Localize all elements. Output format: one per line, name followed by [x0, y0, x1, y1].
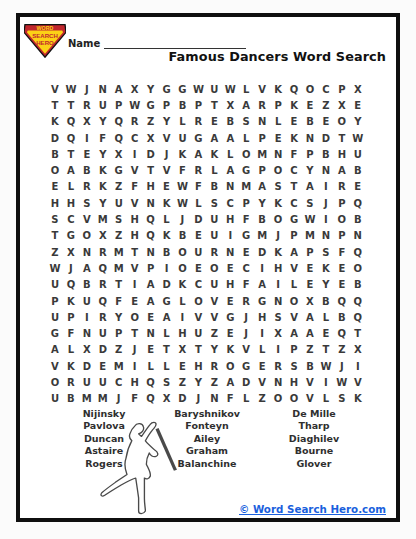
grid-cell: S: [334, 391, 350, 407]
grid-cell: F: [222, 391, 238, 407]
grid-cell: G: [222, 309, 238, 325]
grid-cell: E: [206, 114, 222, 130]
grid-cell: Z: [254, 391, 270, 407]
grid-cell: U: [47, 277, 63, 293]
grid-cell: Z: [47, 244, 63, 260]
grid-cell: U: [79, 293, 95, 309]
grid-cell: L: [143, 358, 159, 374]
grid-cell: T: [63, 97, 79, 113]
grid-cell: J: [270, 228, 286, 244]
grid-cell: P: [159, 97, 175, 113]
grid-cell: V: [159, 130, 175, 146]
grid-cell: P: [143, 260, 159, 276]
grid-cell: U: [47, 309, 63, 325]
grid-cell: P: [63, 309, 79, 325]
grid-cell: Y: [318, 277, 334, 293]
grid-cell: W: [318, 358, 334, 374]
grid-cell: P: [254, 162, 270, 178]
grid-cell: N: [254, 114, 270, 130]
grid-cell: U: [95, 325, 111, 341]
grid-cell: E: [190, 260, 206, 276]
grid-cell: R: [334, 179, 350, 195]
grid-cell: H: [47, 195, 63, 211]
word-list-item: Tharp: [289, 420, 339, 432]
grid-cell: L: [286, 277, 302, 293]
page-title: Famous Dancers Word Search: [169, 49, 386, 64]
grid-cell: W: [334, 374, 350, 390]
grid-cell: C: [127, 130, 143, 146]
grid-cell: Y: [206, 342, 222, 358]
grid-cell: I: [318, 374, 334, 390]
grid-cell: E: [222, 260, 238, 276]
grid-cell: N: [318, 162, 334, 178]
grid-cell: V: [47, 358, 63, 374]
grid-cell: Z: [111, 342, 127, 358]
grid-cell: N: [318, 228, 334, 244]
grid-cell: Q: [286, 81, 302, 97]
grid-cell: E: [143, 309, 159, 325]
grid-cell: S: [238, 114, 254, 130]
grid-cell: N: [270, 293, 286, 309]
grid-cell: M: [254, 228, 270, 244]
grid-cell: U: [111, 195, 127, 211]
grid-cell: E: [79, 146, 95, 162]
grid-cell: X: [334, 97, 350, 113]
grid-cell: D: [254, 244, 270, 260]
grid-cell: O: [270, 162, 286, 178]
grid-cell: T: [190, 342, 206, 358]
grid-cell: T: [143, 162, 159, 178]
grid-cell: K: [270, 244, 286, 260]
grid-cell: P: [111, 325, 127, 341]
grid-cell: E: [127, 293, 143, 309]
grid-cell: O: [350, 260, 366, 276]
grid-cell: D: [238, 374, 254, 390]
grid-cell: I: [79, 309, 95, 325]
grid-cell: N: [270, 146, 286, 162]
grid-cell: T: [127, 244, 143, 260]
grid-cell: Q: [334, 325, 350, 341]
grid-cell: J: [127, 342, 143, 358]
grid-cell: G: [286, 211, 302, 227]
grid-cell: G: [47, 325, 63, 341]
grid-cell: O: [270, 391, 286, 407]
grid-cell: V: [254, 374, 270, 390]
grid-cell: L: [159, 358, 175, 374]
grid-cell: B: [350, 277, 366, 293]
grid-cell: L: [222, 146, 238, 162]
grid-cell: P: [334, 228, 350, 244]
grid-cell: R: [79, 179, 95, 195]
grid-cell: H: [334, 146, 350, 162]
grid-cell: P: [302, 146, 318, 162]
grid-cell: K: [175, 146, 191, 162]
grid-cell: E: [254, 358, 270, 374]
grid-cell: D: [143, 146, 159, 162]
grid-cell: Q: [350, 309, 366, 325]
grid-cell: E: [350, 179, 366, 195]
grid-cell: Q: [111, 130, 127, 146]
grid-cell: E: [238, 244, 254, 260]
grid-cell: U: [79, 374, 95, 390]
grid-cell: X: [222, 97, 238, 113]
grid-cell: R: [206, 244, 222, 260]
grid-cell: G: [159, 293, 175, 309]
grid-cell: N: [302, 130, 318, 146]
word-list-item: Glover: [289, 458, 339, 470]
grid-cell: U: [206, 228, 222, 244]
worksheet-canvas: WORD SEARCH HERO Name Famous Dancers Wor…: [0, 0, 416, 539]
grid-cell: A: [143, 277, 159, 293]
grid-cell: J: [111, 391, 127, 407]
grid-cell: Y: [95, 114, 111, 130]
grid-cell: K: [286, 130, 302, 146]
grid-cell: R: [190, 114, 206, 130]
grid-cell: Z: [318, 97, 334, 113]
grid-cell: U: [190, 325, 206, 341]
word-list-item: Baryshnikov: [174, 408, 240, 420]
grid-cell: H: [127, 211, 143, 227]
grid-cell: X: [127, 81, 143, 97]
grid-cell: A: [238, 97, 254, 113]
grid-cell: U: [350, 146, 366, 162]
grid-cell: K: [47, 114, 63, 130]
grid-cell: D: [47, 130, 63, 146]
grid-cell: F: [95, 130, 111, 146]
grid-cell: K: [175, 277, 191, 293]
grid-cell: Y: [350, 114, 366, 130]
grid-cell: R: [238, 293, 254, 309]
grid-cell: I: [350, 358, 366, 374]
grid-cell: B: [350, 162, 366, 178]
grid-cell: L: [238, 81, 254, 97]
grid-cell: Q: [63, 277, 79, 293]
grid-cell: N: [222, 244, 238, 260]
grid-cell: X: [63, 244, 79, 260]
grid-cell: P: [286, 228, 302, 244]
grid-cell: G: [143, 97, 159, 113]
grid-cell: I: [254, 260, 270, 276]
grid-cell: W: [302, 211, 318, 227]
grid-cell: E: [302, 277, 318, 293]
grid-cell: R: [270, 358, 286, 374]
grid-cell: G: [111, 162, 127, 178]
grid-cell: A: [254, 277, 270, 293]
grid-cell: F: [238, 211, 254, 227]
grid-cell: V: [206, 309, 222, 325]
grid-cell: E: [95, 358, 111, 374]
grid-cell: T: [159, 342, 175, 358]
grid-cell: G: [190, 130, 206, 146]
grid-cell: G: [159, 81, 175, 97]
grid-cell: A: [222, 130, 238, 146]
grid-cell: G: [238, 228, 254, 244]
footer-credit-link[interactable]: © Word Search Hero.com: [239, 503, 386, 515]
grid-cell: J: [79, 81, 95, 97]
grid-cell: A: [222, 162, 238, 178]
grid-cell: K: [95, 179, 111, 195]
grid-cell: O: [47, 162, 63, 178]
word-list-column-3: De MilleTharpDiaghilevBourneGlover: [289, 408, 339, 470]
grid-cell: J: [318, 195, 334, 211]
grid-cell: T: [63, 146, 79, 162]
grid-cell: L: [175, 114, 191, 130]
grid-cell: K: [95, 162, 111, 178]
grid-cell: Q: [350, 195, 366, 211]
grid-cell: Z: [175, 374, 191, 390]
grid-cell: T: [111, 277, 127, 293]
grid-cell: K: [206, 146, 222, 162]
grid-cell: S: [270, 309, 286, 325]
grid-cell: L: [159, 325, 175, 341]
grid-cell: A: [302, 325, 318, 341]
word-list-item: Bourne: [289, 445, 339, 457]
grid-cell: U: [190, 244, 206, 260]
grid-cell: Q: [111, 114, 127, 130]
grid-cell: Z: [206, 374, 222, 390]
grid-cell: Q: [143, 391, 159, 407]
grid-cell: C: [111, 374, 127, 390]
grid-cell: F: [175, 162, 191, 178]
grid-cell: T: [350, 325, 366, 341]
grid-cell: A: [334, 162, 350, 178]
grid-cell: P: [238, 195, 254, 211]
grid-cell: D: [95, 342, 111, 358]
grid-cell: A: [302, 179, 318, 195]
grid-cell: V: [127, 162, 143, 178]
grid-cell: T: [206, 97, 222, 113]
name-row: Name: [68, 37, 246, 49]
grid-cell: A: [190, 146, 206, 162]
grid-cell: H: [222, 277, 238, 293]
grid-cell: N: [143, 325, 159, 341]
grid-cell: I: [318, 179, 334, 195]
grid-cell: X: [79, 342, 95, 358]
grid-cell: F: [238, 277, 254, 293]
word-list-item: Diaghilev: [289, 433, 339, 445]
grid-cell: M: [238, 179, 254, 195]
grid-cell: L: [63, 342, 79, 358]
grid-cell: I: [175, 309, 191, 325]
grid-cell: I: [79, 130, 95, 146]
grid-cell: Z: [302, 342, 318, 358]
name-input-line[interactable]: [104, 37, 246, 49]
dancer-silhouette: [96, 420, 188, 517]
grid-cell: U: [47, 391, 63, 407]
grid-cell: M: [111, 244, 127, 260]
svg-text:SEARCH: SEARCH: [32, 32, 58, 39]
grid-cell: A: [286, 244, 302, 260]
grid-cell: M: [302, 228, 318, 244]
grid-cell: E: [270, 130, 286, 146]
name-label: Name: [68, 38, 100, 49]
grid-cell: O: [286, 391, 302, 407]
grid-cell: Q: [63, 114, 79, 130]
grid-cell: S: [206, 195, 222, 211]
grid-cell: G: [238, 162, 254, 178]
grid-cell: Q: [143, 228, 159, 244]
grid-cell: L: [159, 211, 175, 227]
grid-cell: J: [63, 260, 79, 276]
grid-cell: O: [127, 309, 143, 325]
grid-cell: S: [79, 195, 95, 211]
grid-cell: E: [334, 260, 350, 276]
grid-cell: L: [206, 162, 222, 178]
grid-cell: A: [206, 130, 222, 146]
grid-cell: H: [143, 179, 159, 195]
grid-cell: I: [254, 325, 270, 341]
grid-cell: K: [270, 195, 286, 211]
grid-cell: A: [254, 179, 270, 195]
grid-cell: X: [143, 130, 159, 146]
grid-cell: V: [238, 342, 254, 358]
grid-cell: O: [47, 374, 63, 390]
grid-cell: D: [318, 130, 334, 146]
grid-cell: R: [190, 162, 206, 178]
grid-cell: L: [190, 195, 206, 211]
grid-cell: O: [206, 260, 222, 276]
grid-cell: O: [222, 358, 238, 374]
grid-cell: C: [222, 195, 238, 211]
grid-cell: E: [302, 260, 318, 276]
grid-cell: E: [143, 342, 159, 358]
grid-cell: S: [111, 211, 127, 227]
grid-cell: E: [47, 179, 63, 195]
grid-cell: O: [175, 260, 191, 276]
grid-cell: F: [334, 244, 350, 260]
grid-cell: N: [143, 244, 159, 260]
grid-cell: B: [302, 114, 318, 130]
grid-cell: S: [159, 374, 175, 390]
grid-cell: N: [79, 244, 95, 260]
grid-cell: H: [222, 211, 238, 227]
grid-cell: R: [95, 309, 111, 325]
grid-cell: A: [143, 293, 159, 309]
grid-cell: K: [222, 342, 238, 358]
grid-cell: W: [350, 130, 366, 146]
grid-cell: P: [334, 81, 350, 97]
grid-cell: N: [206, 391, 222, 407]
grid-cell: O: [334, 114, 350, 130]
grid-cell: B: [318, 293, 334, 309]
grid-cell: O: [270, 211, 286, 227]
grid-cell: C: [190, 277, 206, 293]
grid-cell: B: [63, 391, 79, 407]
grid-cell: P: [111, 97, 127, 113]
grid-cell: Q: [350, 244, 366, 260]
grid-cell: D: [190, 211, 206, 227]
grid-cell: Y: [143, 81, 159, 97]
grid-cell: G: [238, 358, 254, 374]
grid-cell: D: [175, 391, 191, 407]
grid-cell: H: [63, 195, 79, 211]
grid-cell: H: [286, 374, 302, 390]
grid-cell: V: [47, 81, 63, 97]
grid-cell: E: [222, 293, 238, 309]
grid-cell: W: [222, 81, 238, 97]
grid-cell: E: [350, 97, 366, 113]
grid-cell: I: [127, 277, 143, 293]
grid-cell: R: [206, 358, 222, 374]
grid-cell: T: [47, 97, 63, 113]
grid-cell: W: [47, 260, 63, 276]
grid-cell: M: [254, 146, 270, 162]
grid-cell: A: [79, 260, 95, 276]
grid-cell: Y: [159, 114, 175, 130]
grid-cell: S: [47, 211, 63, 227]
grid-cell: Y: [302, 162, 318, 178]
grid-cell: U: [206, 277, 222, 293]
grid-cell: U: [95, 97, 111, 113]
grid-cell: J: [334, 358, 350, 374]
grid-cell: E: [318, 114, 334, 130]
grid-cell: B: [318, 146, 334, 162]
grid-cell: V: [190, 309, 206, 325]
word-list-item: De Mille: [289, 408, 339, 420]
grid-cell: X: [111, 146, 127, 162]
grid-cell: S: [270, 179, 286, 195]
grid-cell: F: [127, 179, 143, 195]
grid-cell: M: [111, 260, 127, 276]
grid-cell: X: [175, 342, 191, 358]
grid-cell: S: [318, 244, 334, 260]
grid-cell: I: [127, 146, 143, 162]
grid-cell: L: [254, 342, 270, 358]
grid-cell: U: [206, 211, 222, 227]
grid-cell: M: [111, 358, 127, 374]
grid-cell: N: [79, 325, 95, 341]
grid-cell: B: [302, 358, 318, 374]
grid-cell: N: [350, 228, 366, 244]
grid-cell: X: [79, 114, 95, 130]
grid-cell: B: [175, 97, 191, 113]
grid-cell: Y: [95, 195, 111, 211]
grid-cell: E: [334, 277, 350, 293]
grid-cell: P: [334, 195, 350, 211]
grid-cell: T: [47, 228, 63, 244]
grid-cell: N: [95, 81, 111, 97]
grid-cell: N: [222, 179, 238, 195]
grid-cell: A: [159, 309, 175, 325]
grid-cell: D: [159, 277, 175, 293]
letter-grid: VWJNAXYGGWUWLVKQOCPXTTRUPWGPBPTXARPKEZXE…: [47, 81, 366, 407]
grid-cell: V: [350, 374, 366, 390]
grid-cell: H: [270, 260, 286, 276]
grid-cell: X: [159, 391, 175, 407]
grid-cell: O: [175, 244, 191, 260]
grid-cell: W: [175, 179, 191, 195]
grid-cell: B: [159, 244, 175, 260]
grid-cell: U: [95, 374, 111, 390]
grid-cell: K: [270, 81, 286, 97]
grid-cell: A: [302, 309, 318, 325]
grid-cell: M: [95, 211, 111, 227]
grid-cell: K: [318, 260, 334, 276]
grid-cell: E: [222, 325, 238, 341]
grid-cell: G: [63, 228, 79, 244]
grid-cell: B: [47, 146, 63, 162]
grid-cell: A: [111, 81, 127, 97]
grid-cell: W: [127, 97, 143, 113]
grid-cell: Q: [63, 130, 79, 146]
grid-cell: J: [190, 391, 206, 407]
grid-cell: C: [286, 162, 302, 178]
grid-cell: I: [159, 260, 175, 276]
grid-cell: P: [254, 130, 270, 146]
grid-cell: P: [190, 97, 206, 113]
grid-cell: O: [334, 211, 350, 227]
grid-cell: D: [79, 358, 95, 374]
